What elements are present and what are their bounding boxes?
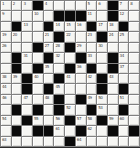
cell-r9c13[interactable] — [129, 84, 139, 93]
cell-r9c8[interactable] — [76, 84, 86, 93]
cell-r4c2[interactable]: 20 — [12, 32, 22, 41]
clue-number: 28 — [55, 43, 59, 48]
black-cell-r5c7 — [65, 43, 75, 52]
cell-r14c9[interactable] — [87, 137, 97, 146]
clue-number: 52 — [66, 105, 70, 110]
cell-r3c6[interactable]: 14 — [54, 22, 64, 31]
cell-r12c9[interactable]: 58 — [87, 116, 97, 125]
black-cell-r3c2 — [12, 22, 22, 31]
cell-r4c4[interactable] — [33, 32, 43, 41]
clue-number: 4 — [45, 1, 47, 6]
cell-r1c3[interactable]: 3 — [22, 1, 32, 10]
clue-number: 55 — [34, 116, 38, 121]
cell-r8c7[interactable]: 41 — [65, 74, 75, 83]
cell-r11c8[interactable] — [76, 105, 86, 114]
cell-r3c1[interactable] — [1, 22, 11, 31]
cell-r6c4[interactable] — [33, 53, 43, 62]
clue-number: 20 — [13, 32, 17, 37]
cell-r3c10[interactable]: 17 — [97, 22, 107, 31]
cell-r10c5[interactable]: 48 — [44, 95, 54, 104]
cell-r6c6[interactable]: 32 — [54, 53, 64, 62]
cell-r14c12[interactable] — [119, 137, 129, 146]
cell-r8c1[interactable]: 38 — [1, 74, 11, 83]
clue-number: 60 — [120, 116, 124, 121]
clue-number: 34 — [120, 53, 124, 58]
black-cell-r8c6 — [54, 74, 64, 83]
black-cell-r1c4 — [33, 1, 43, 10]
cell-r12c8[interactable]: 57 — [76, 116, 86, 125]
clue-number: 9 — [2, 11, 4, 16]
cell-r14c1[interactable]: 63 — [1, 137, 11, 146]
black-cell-r11c2 — [12, 105, 22, 114]
cell-r9c4[interactable] — [33, 84, 43, 93]
cell-r6c7[interactable] — [65, 53, 75, 62]
cell-r4c11[interactable]: 24 — [108, 32, 118, 41]
clue-number: 40 — [34, 74, 38, 79]
cell-r14c5[interactable] — [44, 137, 54, 146]
cell-r5c2[interactable] — [12, 43, 22, 52]
cell-r10c12[interactable]: 51 — [119, 95, 129, 104]
cell-r9c1[interactable]: 44 — [1, 84, 11, 93]
clue-number: 5 — [88, 1, 90, 6]
clue-number: 13 — [23, 22, 27, 27]
clue-number: 27 — [45, 43, 49, 48]
cell-r14c4[interactable] — [33, 137, 43, 146]
black-cell-r11c6 — [54, 105, 64, 114]
black-cell-r9c12 — [119, 84, 129, 93]
clue-number: 31 — [23, 53, 27, 58]
clue-number: 3 — [23, 1, 25, 6]
cell-r3c7[interactable]: 15 — [65, 22, 75, 31]
cell-r1c2[interactable]: 2 — [12, 1, 22, 10]
clue-number: 54 — [2, 116, 6, 121]
cell-r5c9[interactable] — [87, 43, 97, 52]
cell-r6c10[interactable] — [97, 53, 107, 62]
clue-number: 61 — [55, 126, 59, 131]
cell-r5c12[interactable] — [119, 43, 129, 52]
cell-r5c5[interactable]: 27 — [44, 43, 54, 52]
black-cell-r11c4 — [33, 105, 43, 114]
cell-r5c10[interactable]: 30 — [97, 43, 107, 52]
cell-r1c7[interactable] — [65, 1, 75, 10]
black-cell-r6c8 — [76, 53, 86, 62]
black-cell-r13c2 — [12, 126, 22, 135]
cell-r8c5[interactable] — [44, 74, 54, 83]
cell-r5c13[interactable] — [129, 43, 139, 52]
cell-r14c11[interactable] — [108, 137, 118, 146]
cell-r4c13[interactable] — [129, 32, 139, 41]
black-cell-r12c7 — [65, 116, 75, 125]
black-cell-r1c11 — [108, 1, 118, 10]
black-cell-r10c6 — [54, 95, 64, 104]
clue-number: 25 — [120, 32, 124, 37]
cell-r14c6[interactable] — [54, 137, 64, 146]
cell-r7c8[interactable]: 36 — [76, 64, 86, 73]
cell-r11c13[interactable] — [129, 105, 139, 114]
cell-r10c2[interactable] — [12, 95, 22, 104]
cell-r1c6[interactable] — [54, 1, 64, 10]
cell-r13c1[interactable] — [1, 126, 11, 135]
cell-r11c11[interactable] — [108, 105, 118, 114]
cell-r1c8[interactable] — [76, 1, 86, 10]
cell-r12c6[interactable]: 56 — [54, 116, 64, 125]
cell-r4c7[interactable]: 22 — [65, 32, 75, 41]
cell-r12c4[interactable]: 55 — [33, 116, 43, 125]
cell-r6c12[interactable]: 34 — [119, 53, 129, 62]
clue-number: 56 — [55, 116, 59, 121]
cell-r8c9[interactable]: 42 — [87, 74, 97, 83]
black-cell-r13c8 — [76, 126, 86, 135]
clue-number: 47 — [23, 95, 27, 100]
clue-number: 15 — [66, 22, 70, 27]
cell-r2c1[interactable]: 9 — [1, 11, 11, 20]
cell-r12c2[interactable] — [12, 116, 22, 125]
black-cell-r12c3 — [22, 116, 32, 125]
cell-r10c9[interactable]: 49 — [87, 95, 97, 104]
cell-r10c13[interactable] — [129, 95, 139, 104]
cell-r2c4[interactable]: 10 — [33, 11, 43, 20]
cell-r12c12[interactable]: 60 — [119, 116, 129, 125]
clue-number: 32 — [55, 53, 59, 58]
clue-number: 1 — [2, 1, 4, 6]
clue-number: 62 — [88, 126, 92, 131]
clue-number: 29 — [77, 43, 81, 48]
black-cell-r9c10 — [97, 84, 107, 93]
cell-r13c7[interactable] — [65, 126, 75, 135]
cell-r3c4[interactable] — [33, 22, 43, 31]
cell-r3c8[interactable]: 16 — [76, 22, 86, 31]
cell-r14c13[interactable] — [129, 137, 139, 146]
cell-r14c2[interactable] — [12, 137, 22, 146]
black-cell-r3c9 — [87, 22, 97, 31]
cell-r6c3[interactable]: 31 — [22, 53, 32, 62]
black-cell-r13c11 — [108, 126, 118, 135]
clue-number: 16 — [77, 22, 81, 27]
cell-r10c10[interactable]: 50 — [97, 95, 107, 104]
clue-number: 14 — [55, 22, 59, 27]
cell-r7c5[interactable]: 35 — [44, 64, 54, 73]
black-cell-r13c4 — [33, 126, 43, 135]
clue-number: 42 — [88, 74, 92, 79]
cell-r6c1[interactable] — [1, 53, 11, 62]
clue-number: 30 — [98, 43, 102, 48]
cell-r9c2[interactable] — [12, 84, 22, 93]
cell-r8c2[interactable]: 39 — [12, 74, 22, 83]
cell-r7c6[interactable] — [54, 64, 64, 73]
cell-r2c10[interactable] — [97, 11, 107, 20]
cell-r10c7[interactable] — [65, 95, 75, 104]
cell-r14c8[interactable]: 64 — [76, 137, 86, 146]
black-cell-r13c13 — [129, 126, 139, 135]
cell-r2c3[interactable] — [22, 11, 32, 20]
cell-r12c5[interactable] — [44, 116, 54, 125]
black-cell-r6c2 — [12, 53, 22, 62]
cell-r12c11[interactable]: 59 — [108, 116, 118, 125]
cell-r7c13[interactable] — [129, 64, 139, 73]
cell-r4c1[interactable]: 19 — [1, 32, 11, 41]
cell-r8c8[interactable] — [76, 74, 86, 83]
clue-number: 39 — [13, 74, 17, 79]
clue-number: 51 — [120, 95, 124, 100]
clue-number: 46 — [2, 95, 6, 100]
cell-r9c9[interactable] — [87, 84, 97, 93]
clue-number: 37 — [120, 64, 124, 69]
cell-r10c11[interactable] — [108, 95, 118, 104]
cell-r1c13[interactable]: 8 — [129, 1, 139, 10]
black-cell-r4c10 — [97, 32, 107, 41]
cell-r11c7[interactable]: 52 — [65, 105, 75, 114]
cell-r4c9[interactable]: 23 — [87, 32, 97, 41]
cell-r2c12[interactable]: 12 — [119, 11, 129, 20]
cell-r11c1[interactable] — [1, 105, 11, 114]
clue-number: 50 — [98, 95, 102, 100]
black-cell-r6c11 — [108, 53, 118, 62]
cell-r1c12[interactable]: 7 — [119, 1, 129, 10]
clue-number: 8 — [130, 1, 132, 6]
black-cell-r6c5 — [44, 53, 54, 62]
cell-r9c7[interactable] — [65, 84, 75, 93]
clue-number: 26 — [2, 43, 6, 48]
cell-r8c4[interactable]: 40 — [33, 74, 43, 83]
cell-r5c1[interactable]: 26 — [1, 43, 11, 52]
black-cell-r7c2 — [12, 64, 22, 73]
cell-r11c3[interactable] — [22, 105, 32, 114]
cell-r4c5[interactable]: 21 — [44, 32, 54, 41]
cell-r14c3[interactable] — [22, 137, 32, 146]
cell-r4c3[interactable] — [22, 32, 32, 41]
cell-r3c13[interactable] — [129, 22, 139, 31]
cell-r12c1[interactable]: 54 — [1, 116, 11, 125]
cell-r10c1[interactable]: 46 — [1, 95, 11, 104]
clue-number: 2 — [13, 1, 15, 6]
cell-r4c12[interactable]: 25 — [119, 32, 129, 41]
black-cell-r7c9 — [87, 64, 97, 73]
cell-r5c3[interactable] — [22, 43, 32, 52]
cell-r14c10[interactable] — [97, 137, 107, 146]
black-cell-r8c3 — [22, 74, 32, 83]
black-cell-r9c5 — [44, 84, 54, 93]
cell-r7c1[interactable] — [1, 64, 11, 73]
black-cell-r2c6 — [54, 11, 64, 20]
clue-number: 18 — [109, 22, 113, 27]
black-cell-r12c10 — [97, 116, 107, 125]
cell-r8c12[interactable] — [119, 74, 129, 83]
cell-r2c9[interactable]: 11 — [87, 11, 97, 20]
cell-r9c11[interactable] — [108, 84, 118, 93]
clue-number: 59 — [109, 116, 113, 121]
cell-r7c10[interactable] — [97, 64, 107, 73]
black-cell-r7c7 — [65, 64, 75, 73]
clue-number: 19 — [2, 32, 6, 37]
black-cell-r11c9 — [87, 105, 97, 114]
black-cell-r2c7 — [65, 11, 75, 20]
clue-number: 17 — [98, 22, 102, 27]
clue-number: 63 — [2, 137, 6, 142]
black-cell-r3c5 — [44, 22, 54, 31]
black-cell-r11c12 — [119, 105, 129, 114]
black-cell-r14c7 — [65, 137, 75, 146]
black-cell-r3c12 — [119, 22, 129, 31]
cell-r11c5[interactable] — [44, 105, 54, 114]
clue-number: 35 — [45, 64, 49, 69]
black-cell-r9c3 — [22, 84, 32, 93]
cell-r13c9[interactable]: 62 — [87, 126, 97, 135]
clue-number: 49 — [88, 95, 92, 100]
clue-number: 10 — [34, 11, 38, 16]
clue-number: 44 — [2, 84, 6, 89]
cell-r10c3[interactable]: 47 — [22, 95, 32, 104]
clue-number: 23 — [88, 32, 92, 37]
clue-number: 57 — [77, 116, 81, 121]
black-cell-r13c5 — [44, 126, 54, 135]
clue-number: 38 — [2, 74, 6, 79]
cell-r12c13[interactable] — [129, 116, 139, 125]
cell-r1c9[interactable]: 5 — [87, 1, 97, 10]
cell-r7c12[interactable]: 37 — [119, 64, 129, 73]
clue-number: 21 — [45, 32, 49, 37]
clue-number: 58 — [88, 116, 92, 121]
cell-r1c1[interactable]: 1 — [1, 1, 11, 10]
cell-r1c5[interactable]: 4 — [44, 1, 54, 10]
clue-number: 36 — [77, 64, 81, 69]
clue-number: 11 — [88, 11, 92, 16]
clue-number: 7 — [120, 1, 122, 6]
black-cell-r2c8 — [76, 11, 86, 20]
cell-r2c5[interactable] — [44, 11, 54, 20]
cell-r8c13[interactable] — [129, 74, 139, 83]
crossword-board: 1234567891011121314151617181920212223242… — [0, 0, 140, 148]
cell-r13c12[interactable] — [119, 126, 129, 135]
cell-r10c4[interactable] — [33, 95, 43, 104]
black-cell-r8c10 — [97, 74, 107, 83]
cell-r13c6[interactable]: 61 — [54, 126, 64, 135]
clue-number: 53 — [98, 105, 102, 110]
cell-r6c9[interactable]: 33 — [87, 53, 97, 62]
cell-r2c2[interactable] — [12, 11, 22, 20]
cell-r3c3[interactable]: 13 — [22, 22, 32, 31]
clue-number: 41 — [66, 74, 70, 79]
clue-number: 45 — [55, 84, 59, 89]
clue-number: 24 — [109, 32, 113, 37]
cell-r9c6[interactable]: 45 — [54, 84, 64, 93]
cell-r6c13[interactable] — [129, 53, 139, 62]
black-cell-r7c4 — [33, 64, 43, 73]
black-cell-r10c8 — [76, 95, 86, 104]
cell-r1c10[interactable]: 6 — [97, 1, 107, 10]
cell-r4c8[interactable] — [76, 32, 86, 41]
clue-number: 48 — [45, 95, 49, 100]
black-cell-r7c11 — [108, 64, 118, 73]
cell-r8c11[interactable]: 43 — [108, 74, 118, 83]
black-cell-r4c6 — [54, 32, 64, 41]
clue-number: 33 — [88, 53, 92, 58]
cell-r13c10[interactable] — [97, 126, 107, 135]
cell-r2c13[interactable] — [129, 11, 139, 20]
cell-r5c11[interactable] — [108, 43, 118, 52]
clue-number: 6 — [98, 1, 100, 6]
clue-number: 12 — [120, 11, 124, 16]
clue-number: 22 — [66, 32, 70, 37]
cell-r3c11[interactable]: 18 — [108, 22, 118, 31]
black-cell-r2c11 — [108, 11, 118, 20]
cell-r13c3[interactable] — [22, 126, 32, 135]
black-cell-r5c4 — [33, 43, 43, 52]
cell-r7c3[interactable] — [22, 64, 32, 73]
cell-r5c8[interactable]: 29 — [76, 43, 86, 52]
clue-number: 64 — [77, 137, 81, 142]
cell-r11c10[interactable]: 53 — [97, 105, 107, 114]
cell-r5c6[interactable]: 28 — [54, 43, 64, 52]
clue-number: 43 — [109, 74, 113, 79]
